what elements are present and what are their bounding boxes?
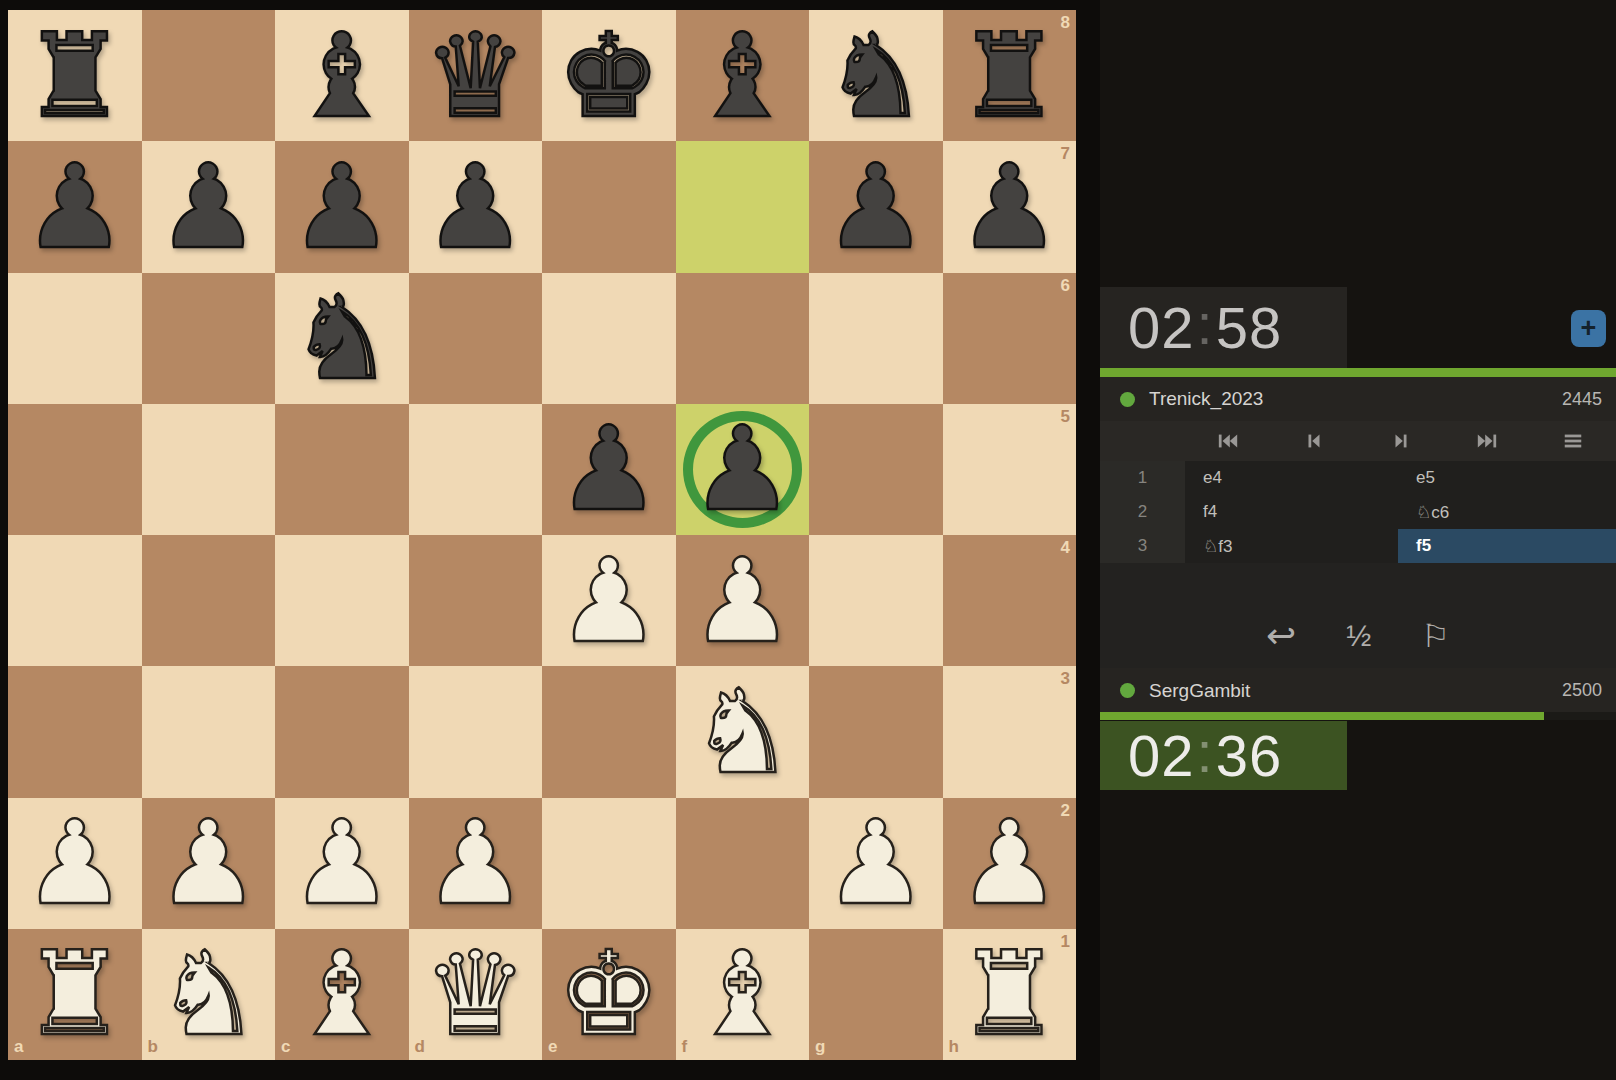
top-player-row: Trenick_2023 2445 [1100, 377, 1616, 421]
square-b1[interactable]: ♞b [142, 929, 276, 1060]
draw-offer-button[interactable]: ½ [1346, 621, 1371, 651]
square-e2[interactable] [542, 798, 676, 929]
square-a6[interactable] [8, 273, 142, 404]
piece-black-queen[interactable]: ♛ [409, 10, 543, 141]
first-move-icon [1217, 430, 1239, 452]
square-g7[interactable]: ♟ [809, 141, 943, 272]
top-clock-bar [1100, 368, 1616, 377]
file-label-a: a [14, 1037, 23, 1057]
square-d1[interactable]: ♛d [409, 929, 543, 1060]
square-f8[interactable]: ♝ [676, 10, 810, 141]
square-c6[interactable]: ♞ [275, 273, 409, 404]
move-row: 2f4♘c6 [1100, 495, 1616, 529]
rank-label-5: 5 [1061, 407, 1070, 427]
move-number: 1 [1100, 461, 1185, 495]
move-white[interactable]: f4 [1185, 495, 1398, 529]
piece-black-king[interactable]: ♚ [542, 10, 676, 141]
move-black[interactable]: f5 [1398, 529, 1616, 563]
square-f3[interactable]: ♞ [676, 666, 810, 797]
square-d5[interactable] [409, 404, 543, 535]
bottom-clock-bar [1100, 712, 1616, 720]
piece-white-knight[interactable]: ♞ [142, 929, 276, 1060]
piece-white-knight[interactable]: ♞ [676, 666, 810, 797]
move-black[interactable]: ♘c6 [1398, 495, 1616, 529]
piece-black-rook[interactable]: ♜ [8, 10, 142, 141]
bottom-player-row: SergGambit 2500 [1100, 668, 1616, 713]
app: ♜♝♛♚♝♞♜8♟♟♟♟♟♟7♞6♟♟5♟♟4♞3♟♟♟♟♟♟2♜a♞b♝c♛d… [0, 0, 1616, 1080]
top-clock-bar-fill [1100, 368, 1616, 377]
rank-label-3: 3 [1061, 669, 1070, 689]
first-move-button[interactable] [1185, 421, 1271, 461]
square-e3[interactable] [542, 666, 676, 797]
piece-white-rook[interactable]: ♜ [943, 929, 1077, 1060]
bottom-clock-colon: : [1197, 718, 1214, 785]
square-d8[interactable]: ♛ [409, 10, 543, 141]
square-g2[interactable]: ♟ [809, 798, 943, 929]
file-label-b: b [148, 1037, 158, 1057]
square-d4[interactable] [409, 535, 543, 666]
file-label-f: f [682, 1037, 688, 1057]
file-label-c: c [281, 1037, 290, 1057]
piece-black-pawn[interactable]: ♟ [809, 141, 943, 272]
piece-white-pawn[interactable]: ♟ [809, 798, 943, 929]
piece-black-pawn[interactable]: ♟ [8, 141, 142, 272]
square-d7[interactable]: ♟ [409, 141, 543, 272]
rank-label-2: 2 [1061, 801, 1070, 821]
square-h6[interactable]: 6 [943, 273, 1077, 404]
square-a1[interactable]: ♜a [8, 929, 142, 1060]
square-e4[interactable]: ♟ [542, 535, 676, 666]
rank-label-6: 6 [1061, 276, 1070, 296]
square-h4[interactable]: 4 [943, 535, 1077, 666]
file-label-e: e [548, 1037, 557, 1057]
piece-white-pawn[interactable]: ♟ [142, 798, 276, 929]
piece-black-pawn[interactable]: ♟ [275, 141, 409, 272]
top-clock: 02:58 [1100, 287, 1347, 368]
rank-label-8: 8 [1061, 13, 1070, 33]
piece-black-knight[interactable]: ♞ [275, 273, 409, 404]
square-h5[interactable]: 5 [943, 404, 1077, 535]
square-g5[interactable] [809, 404, 943, 535]
square-h7[interactable]: ♟7 [943, 141, 1077, 272]
bottom-player-rating: 2500 [1562, 680, 1602, 701]
square-b2[interactable]: ♟ [142, 798, 276, 929]
bottom-clock: 02:36 [1100, 721, 1347, 790]
square-e7[interactable] [542, 141, 676, 272]
move-white[interactable]: ♘f3 [1185, 529, 1398, 563]
square-h3[interactable]: 3 [943, 666, 1077, 797]
square-f5[interactable]: ♟ [676, 404, 810, 535]
piece-white-pawn[interactable]: ♟ [409, 798, 543, 929]
piece-black-pawn[interactable]: ♟ [142, 141, 276, 272]
previous-move-button[interactable] [1271, 421, 1357, 461]
rank-label-7: 7 [1061, 144, 1070, 164]
square-b8[interactable] [142, 10, 276, 141]
square-c3[interactable] [275, 666, 409, 797]
plus-icon: + [1581, 315, 1597, 342]
piece-black-pawn[interactable]: ♟ [676, 404, 810, 535]
piece-black-pawn[interactable]: ♟ [943, 141, 1077, 272]
move-black[interactable]: e5 [1398, 461, 1616, 495]
file-label-d: d [415, 1037, 425, 1057]
square-b7[interactable]: ♟ [142, 141, 276, 272]
square-a8[interactable]: ♜ [8, 10, 142, 141]
rank-label-4: 4 [1061, 538, 1070, 558]
file-label-h: h [949, 1037, 959, 1057]
square-c4[interactable] [275, 535, 409, 666]
rank-label-1: 1 [1061, 932, 1070, 952]
square-b5[interactable] [142, 404, 276, 535]
piece-black-pawn[interactable]: ♟ [409, 141, 543, 272]
square-c2[interactable]: ♟ [275, 798, 409, 929]
move-number: 2 [1100, 495, 1185, 529]
square-g4[interactable] [809, 535, 943, 666]
next-move-button[interactable] [1357, 421, 1443, 461]
square-c8[interactable]: ♝ [275, 10, 409, 141]
square-h8[interactable]: ♜8 [943, 10, 1077, 141]
square-b4[interactable] [142, 535, 276, 666]
menu-button[interactable] [1530, 421, 1616, 461]
previous-move-icon [1303, 430, 1325, 452]
move-list: 1e4e52f4♘c63♘f3f5 [1100, 461, 1616, 563]
last-move-button[interactable] [1444, 421, 1530, 461]
bottom-player-name[interactable]: SergGambit [1149, 680, 1250, 702]
top-clock-minutes: 02 [1128, 294, 1195, 361]
square-g6[interactable] [809, 273, 943, 404]
square-b3[interactable] [142, 666, 276, 797]
piece-white-bishop[interactable]: ♝ [676, 929, 810, 1060]
square-c7[interactable]: ♟ [275, 141, 409, 272]
square-d3[interactable] [409, 666, 543, 797]
takeback-button[interactable]: ↩ [1266, 618, 1296, 654]
online-dot [1120, 683, 1135, 698]
top-player-rating: 2445 [1562, 389, 1602, 410]
square-f4[interactable]: ♟ [676, 535, 810, 666]
piece-black-rook[interactable]: ♜ [943, 10, 1077, 141]
online-dot [1120, 392, 1135, 407]
last-move-icon [1476, 430, 1498, 452]
square-g3[interactable] [809, 666, 943, 797]
bottom-clock-bar-fill [1100, 712, 1544, 720]
square-e5[interactable]: ♟ [542, 404, 676, 535]
top-clock-seconds: 58 [1216, 294, 1283, 361]
resign-button[interactable]: ⚐ [1421, 620, 1450, 652]
piece-white-pawn[interactable]: ♟ [8, 798, 142, 929]
piece-white-pawn[interactable]: ♟ [275, 798, 409, 929]
piece-white-pawn[interactable]: ♟ [943, 798, 1077, 929]
side-panel: 02:58 + Trenick_2023 2445 [1100, 0, 1616, 1080]
piece-black-knight[interactable]: ♞ [809, 10, 943, 141]
square-d2[interactable]: ♟ [409, 798, 543, 929]
square-f2[interactable] [676, 798, 810, 929]
square-d6[interactable] [409, 273, 543, 404]
square-h1[interactable]: ♜1h [943, 929, 1077, 1060]
move-row: 1e4e5 [1100, 461, 1616, 495]
menu-icon [1562, 430, 1584, 452]
top-player-name[interactable]: Trenick_2023 [1149, 388, 1263, 410]
move-number: 3 [1100, 529, 1185, 563]
square-b6[interactable] [142, 273, 276, 404]
chess-board[interactable]: ♜♝♛♚♝♞♜8♟♟♟♟♟♟7♞6♟♟5♟♟4♞3♟♟♟♟♟♟2♜a♞b♝c♛d… [8, 10, 1076, 1060]
piece-white-bishop[interactable]: ♝ [275, 929, 409, 1060]
square-e8[interactable]: ♚ [542, 10, 676, 141]
square-a3[interactable] [8, 666, 142, 797]
file-label-g: g [815, 1037, 825, 1057]
square-c5[interactable] [275, 404, 409, 535]
square-a4[interactable] [8, 535, 142, 666]
square-a5[interactable] [8, 404, 142, 535]
square-a7[interactable]: ♟ [8, 141, 142, 272]
piece-white-rook[interactable]: ♜ [8, 929, 142, 1060]
square-e1[interactable]: ♚e [542, 929, 676, 1060]
move-row: 3♘f3f5 [1100, 529, 1616, 563]
bottom-clock-minutes: 02 [1128, 722, 1195, 789]
square-h2[interactable]: ♟2 [943, 798, 1077, 929]
square-g8[interactable]: ♞ [809, 10, 943, 141]
square-f7[interactable] [676, 141, 810, 272]
top-clock-colon: : [1197, 290, 1214, 357]
add-time-button[interactable]: + [1571, 310, 1606, 347]
square-c1[interactable]: ♝c [275, 929, 409, 1060]
bottom-clock-seconds: 36 [1216, 722, 1283, 789]
piece-black-pawn[interactable]: ♟ [542, 404, 676, 535]
piece-black-bishop[interactable]: ♝ [676, 10, 810, 141]
square-e6[interactable] [542, 273, 676, 404]
square-f6[interactable] [676, 273, 810, 404]
piece-white-pawn[interactable]: ♟ [542, 535, 676, 666]
move-white[interactable]: e4 [1185, 461, 1398, 495]
piece-white-queen[interactable]: ♛ [409, 929, 543, 1060]
square-a2[interactable]: ♟ [8, 798, 142, 929]
square-g1[interactable]: g [809, 929, 943, 1060]
piece-white-pawn[interactable]: ♟ [676, 535, 810, 666]
action-buttons: ↩ ½ ⚐ [1100, 610, 1616, 662]
next-move-icon [1390, 430, 1412, 452]
piece-black-bishop[interactable]: ♝ [275, 10, 409, 141]
square-f1[interactable]: ♝f [676, 929, 810, 1060]
move-navigation [1100, 421, 1616, 461]
piece-white-king[interactable]: ♚ [542, 929, 676, 1060]
